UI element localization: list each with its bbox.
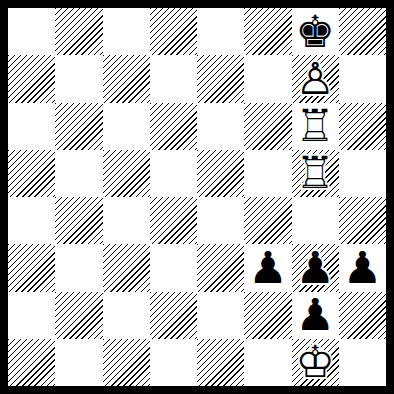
square-d5[interactable]: [150, 150, 197, 197]
square-f6[interactable]: [244, 103, 291, 150]
square-e5[interactable]: [197, 150, 244, 197]
square-a1[interactable]: [8, 339, 55, 386]
white-rook-icon: ♖: [292, 150, 339, 197]
piece-white-pawn: ♟♙: [292, 55, 339, 102]
square-h7[interactable]: [339, 55, 386, 102]
square-b8[interactable]: [55, 8, 102, 55]
square-b1[interactable]: [55, 339, 102, 386]
black-pawn-icon: ♟: [244, 244, 291, 291]
square-b5[interactable]: [55, 150, 102, 197]
square-e7[interactable]: [197, 55, 244, 102]
chess-board: ♚♚♟♙♜♖♜♖♟♟♟♟♟♟♟♟♚♔: [8, 8, 386, 386]
square-c2[interactable]: [103, 292, 150, 339]
square-b7[interactable]: [55, 55, 102, 102]
black-pawn-icon: ♟: [292, 292, 339, 339]
piece-white-king: ♚♔: [292, 339, 339, 386]
square-e6[interactable]: [197, 103, 244, 150]
piece-white-rook: ♜♖: [292, 150, 339, 197]
square-d2[interactable]: [150, 292, 197, 339]
square-g8[interactable]: ♚♚: [292, 8, 339, 55]
square-e1[interactable]: [197, 339, 244, 386]
square-a5[interactable]: [8, 150, 55, 197]
square-g7[interactable]: ♟♙: [292, 55, 339, 102]
square-d4[interactable]: [150, 197, 197, 244]
square-e8[interactable]: [197, 8, 244, 55]
piece-black-pawn: ♟♟: [292, 244, 339, 291]
square-a3[interactable]: [8, 244, 55, 291]
square-b3[interactable]: [55, 244, 102, 291]
square-g2[interactable]: ♟♟: [292, 292, 339, 339]
square-b4[interactable]: [55, 197, 102, 244]
square-g6[interactable]: ♜♖: [292, 103, 339, 150]
piece-black-pawn: ♟♟: [339, 244, 386, 291]
piece-black-king: ♚♚: [292, 8, 339, 55]
square-h4[interactable]: [339, 197, 386, 244]
square-h6[interactable]: [339, 103, 386, 150]
white-king-icon: ♔: [292, 339, 339, 386]
square-f2[interactable]: [244, 292, 291, 339]
white-pawn-icon: ♙: [292, 55, 339, 102]
square-h5[interactable]: [339, 150, 386, 197]
square-f8[interactable]: [244, 8, 291, 55]
square-d8[interactable]: [150, 8, 197, 55]
square-d1[interactable]: [150, 339, 197, 386]
piece-black-pawn: ♟♟: [292, 292, 339, 339]
square-a7[interactable]: [8, 55, 55, 102]
square-f5[interactable]: [244, 150, 291, 197]
square-a4[interactable]: [8, 197, 55, 244]
piece-white-rook: ♜♖: [292, 103, 339, 150]
square-c3[interactable]: [103, 244, 150, 291]
square-g3[interactable]: ♟♟: [292, 244, 339, 291]
square-h2[interactable]: [339, 292, 386, 339]
square-f1[interactable]: [244, 339, 291, 386]
square-d6[interactable]: [150, 103, 197, 150]
square-f3[interactable]: ♟♟: [244, 244, 291, 291]
black-pawn-icon: ♟: [339, 244, 386, 291]
black-pawn-icon: ♟: [292, 244, 339, 291]
square-d3[interactable]: [150, 244, 197, 291]
square-c1[interactable]: [103, 339, 150, 386]
square-a6[interactable]: [8, 103, 55, 150]
square-d7[interactable]: [150, 55, 197, 102]
board-frame: ♚♚♟♙♜♖♜♖♟♟♟♟♟♟♟♟♚♔: [0, 0, 394, 394]
square-g1[interactable]: ♚♔: [292, 339, 339, 386]
square-h8[interactable]: [339, 8, 386, 55]
square-c4[interactable]: [103, 197, 150, 244]
square-c6[interactable]: [103, 103, 150, 150]
square-a2[interactable]: [8, 292, 55, 339]
white-rook-icon: ♖: [292, 103, 339, 150]
square-g5[interactable]: ♜♖: [292, 150, 339, 197]
square-h1[interactable]: [339, 339, 386, 386]
square-c8[interactable]: [103, 8, 150, 55]
square-e3[interactable]: [197, 244, 244, 291]
square-e2[interactable]: [197, 292, 244, 339]
square-b2[interactable]: [55, 292, 102, 339]
square-f4[interactable]: [244, 197, 291, 244]
square-a8[interactable]: [8, 8, 55, 55]
square-f7[interactable]: [244, 55, 291, 102]
piece-black-pawn: ♟♟: [244, 244, 291, 291]
square-c7[interactable]: [103, 55, 150, 102]
black-king-icon: ♚: [292, 8, 339, 55]
square-c5[interactable]: [103, 150, 150, 197]
square-h3[interactable]: ♟♟: [339, 244, 386, 291]
square-g4[interactable]: [292, 197, 339, 244]
square-b6[interactable]: [55, 103, 102, 150]
square-e4[interactable]: [197, 197, 244, 244]
